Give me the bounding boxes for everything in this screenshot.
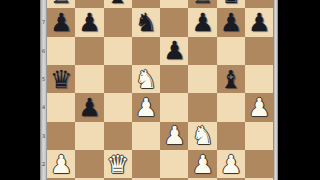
square-b6[interactable] (75, 37, 103, 65)
square-b7[interactable]: ♟ (75, 8, 103, 36)
square-h1[interactable]: ♜ (245, 178, 273, 180)
square-c8[interactable]: ♝ (104, 0, 132, 8)
chess-board: ♜♝♜♚♟♟♞♟♟♟♟♛♞♝♟♟♟♟♞♟♛♟♟♜♚♝♜ (47, 0, 273, 180)
square-c1[interactable] (104, 178, 132, 180)
square-e8[interactable] (160, 0, 188, 8)
square-c7[interactable] (104, 8, 132, 36)
piece-white-pawn-h4[interactable]: ♟ (245, 93, 273, 121)
square-h7[interactable]: ♟ (245, 8, 273, 36)
square-f6[interactable] (188, 37, 216, 65)
board-right-frame (273, 0, 278, 180)
square-f4[interactable] (188, 93, 216, 121)
piece-white-bishop-f1[interactable]: ♝ (188, 178, 216, 180)
square-h5[interactable] (245, 65, 273, 93)
square-b5[interactable] (75, 65, 103, 93)
piece-white-knight-d5[interactable]: ♞ (132, 65, 160, 93)
piece-black-bishop-c8[interactable]: ♝ (104, 0, 132, 8)
piece-black-pawn-b4[interactable]: ♟ (75, 93, 103, 121)
square-b1[interactable] (75, 178, 103, 180)
square-c3[interactable] (104, 122, 132, 150)
piece-white-knight-f3[interactable]: ♞ (188, 122, 216, 150)
square-h2[interactable] (245, 150, 273, 178)
square-h4[interactable]: ♟ (245, 93, 273, 121)
piece-black-pawn-g7[interactable]: ♟ (217, 8, 245, 36)
square-e1[interactable]: ♚ (160, 178, 188, 180)
square-g5[interactable]: ♝ (217, 65, 245, 93)
square-f1[interactable]: ♝ (188, 178, 216, 180)
rank-label-5: 5 (41, 65, 46, 93)
chess-board-viewport: ♜♝♜♚♟♟♞♟♟♟♟♛♞♝♟♟♟♟♞♟♛♟♟♜♚♝♜ 87654321 (0, 0, 320, 180)
square-d5[interactable]: ♞ (132, 65, 160, 93)
square-c5[interactable] (104, 65, 132, 93)
piece-black-pawn-f7[interactable]: ♟ (188, 8, 216, 36)
square-g7[interactable]: ♟ (217, 8, 245, 36)
square-g1[interactable] (217, 178, 245, 180)
square-b2[interactable] (75, 150, 103, 178)
piece-black-knight-d7[interactable]: ♞ (132, 8, 160, 36)
square-d2[interactable] (132, 150, 160, 178)
rank-label-1: 1 (41, 178, 46, 180)
rank-label-7: 7 (41, 8, 46, 36)
square-a2[interactable]: ♟ (47, 150, 75, 178)
square-d7[interactable]: ♞ (132, 8, 160, 36)
piece-white-pawn-g2[interactable]: ♟ (217, 150, 245, 178)
square-e7[interactable] (160, 8, 188, 36)
square-f5[interactable] (188, 65, 216, 93)
rank-label-3: 3 (41, 122, 46, 150)
piece-black-pawn-e6[interactable]: ♟ (160, 37, 188, 65)
square-a4[interactable] (47, 93, 75, 121)
piece-white-pawn-d4[interactable]: ♟ (132, 93, 160, 121)
square-e4[interactable] (160, 93, 188, 121)
square-c6[interactable] (104, 37, 132, 65)
square-b3[interactable] (75, 122, 103, 150)
square-d1[interactable] (132, 178, 160, 180)
square-f7[interactable]: ♟ (188, 8, 216, 36)
piece-white-pawn-f2[interactable]: ♟ (188, 150, 216, 178)
square-a6[interactable] (47, 37, 75, 65)
rank-label-6: 6 (41, 37, 46, 65)
piece-black-pawn-h7[interactable]: ♟ (245, 8, 273, 36)
square-b4[interactable]: ♟ (75, 93, 103, 121)
piece-black-pawn-a7[interactable]: ♟ (47, 8, 75, 36)
square-g4[interactable] (217, 93, 245, 121)
square-h3[interactable] (245, 122, 273, 150)
square-e3[interactable]: ♟ (160, 122, 188, 150)
square-f3[interactable]: ♞ (188, 122, 216, 150)
square-h6[interactable] (245, 37, 273, 65)
square-d6[interactable] (132, 37, 160, 65)
piece-white-king-e1[interactable]: ♚ (160, 178, 188, 180)
square-d3[interactable] (132, 122, 160, 150)
rank-label-4: 4 (41, 93, 46, 121)
rank-label-2: 2 (41, 150, 46, 178)
square-e2[interactable] (160, 150, 188, 178)
square-a7[interactable]: ♟ (47, 8, 75, 36)
piece-black-bishop-g5[interactable]: ♝ (217, 65, 245, 93)
square-g3[interactable] (217, 122, 245, 150)
square-e6[interactable]: ♟ (160, 37, 188, 65)
piece-white-queen-c2[interactable]: ♛ (104, 150, 132, 178)
piece-white-pawn-e3[interactable]: ♟ (160, 122, 188, 150)
rank-label-8: 8 (41, 0, 46, 8)
piece-black-queen-a5[interactable]: ♛ (47, 65, 75, 93)
square-g6[interactable] (217, 37, 245, 65)
piece-white-rook-a1[interactable]: ♜ (47, 178, 75, 180)
square-a1[interactable]: ♜ (47, 178, 75, 180)
square-c2[interactable]: ♛ (104, 150, 132, 178)
square-e5[interactable] (160, 65, 188, 93)
piece-white-rook-h1[interactable]: ♜ (245, 178, 273, 180)
rank-coordinates-strip: 87654321 (40, 0, 47, 180)
square-g2[interactable]: ♟ (217, 150, 245, 178)
piece-white-pawn-a2[interactable]: ♟ (47, 150, 75, 178)
square-a5[interactable]: ♛ (47, 65, 75, 93)
square-f2[interactable]: ♟ (188, 150, 216, 178)
square-d4[interactable]: ♟ (132, 93, 160, 121)
square-c4[interactable] (104, 93, 132, 121)
piece-black-pawn-b7[interactable]: ♟ (75, 8, 103, 36)
square-a3[interactable] (47, 122, 75, 150)
